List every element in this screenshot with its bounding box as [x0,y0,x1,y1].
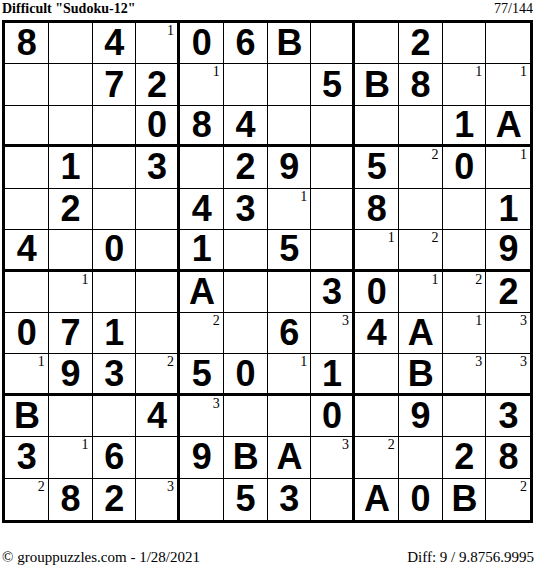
cell-r10c6[interactable] [224,396,268,437]
cell-r6c7[interactable]: 5 [268,230,312,271]
pencil-mark: 2 [388,437,395,452]
cell-r12c10[interactable]: 0 [399,479,443,520]
cell-r8c8[interactable]: 3 [311,313,355,354]
cell-r10c2[interactable] [49,396,93,437]
cell-r12c5[interactable] [180,479,224,520]
cell-r10c1[interactable]: B [5,396,49,437]
cell-value: A [276,439,301,475]
cell-value: 6 [104,439,123,475]
cell-r1c5[interactable]: 0 [180,23,224,64]
cell-r8c11[interactable]: 1 [443,313,487,354]
cell-r10c11[interactable] [443,396,487,437]
cell-value: 9 [411,398,430,434]
page-counter: 77/144 [494,1,533,17]
pencil-mark: 3 [520,354,527,369]
cell-value: 9 [499,231,518,267]
cell-value: 3 [17,439,36,475]
cell-r9c12[interactable]: 3 [486,354,530,395]
cell-r5c9[interactable]: 8 [355,189,399,230]
cell-r9c8[interactable]: 1 [311,354,355,395]
sudoku-board: 84106B27215B8110841A13295201243181401512… [2,20,533,523]
cell-value: B [364,67,389,103]
cell-r8c5[interactable]: 2 [180,313,224,354]
puzzle-title: Difficult "Sudoku-12" [2,1,135,17]
cell-value: 0 [367,274,386,310]
cell-value: 3 [322,274,341,310]
cell-value: 8 [499,439,518,475]
cell-value: 9 [61,356,80,392]
cell-r3c4[interactable]: 0 [136,106,180,147]
pencil-mark: 1 [388,230,395,245]
footer: © grouppuzzles.com - 1/28/2021 Diff: 9 /… [2,549,534,566]
cell-r11c5[interactable]: 9 [180,437,224,478]
cell-value: 3 [499,398,518,434]
cell-r8c2[interactable]: 7 [49,313,93,354]
cell-r9c10[interactable]: B [399,354,443,395]
cell-r4c8[interactable] [311,147,355,188]
cell-r12c3[interactable]: 2 [93,479,137,520]
pencil-mark: 1 [300,189,307,204]
cell-r2c10[interactable]: 8 [399,64,443,105]
pencil-mark: 3 [342,313,349,328]
cell-r5c6[interactable]: 3 [224,189,268,230]
cell-r5c5[interactable]: 4 [180,189,224,230]
cell-r11c11[interactable]: 2 [443,437,487,478]
cell-r6c11[interactable] [443,230,487,271]
cell-r9c7[interactable]: 1 [268,354,312,395]
cell-r6c8[interactable] [311,230,355,271]
cell-r2c9[interactable]: B [355,64,399,105]
pencil-mark: 1 [475,313,482,328]
cell-r4c6[interactable]: 2 [224,147,268,188]
cell-r2c1[interactable] [5,64,49,105]
cell-r5c12[interactable]: 1 [486,189,530,230]
cell-r1c2[interactable] [49,23,93,64]
cell-value: 2 [411,25,430,61]
cell-value: 0 [454,149,473,185]
cell-r7c3[interactable] [93,272,137,313]
cell-r7c8[interactable]: 3 [311,272,355,313]
cell-r11c7[interactable]: A [268,437,312,478]
cell-r9c6[interactable]: 0 [224,354,268,395]
cell-r8c9[interactable]: 4 [355,313,399,354]
cell-r9c11[interactable]: 3 [443,354,487,395]
pencil-mark: 2 [520,479,527,494]
cell-r7c5[interactable]: A [180,272,224,313]
cell-r11c3[interactable]: 6 [93,437,137,478]
cell-r11c2[interactable]: 1 [49,437,93,478]
cell-value: 2 [147,67,166,103]
cell-r10c10[interactable]: 9 [399,396,443,437]
cell-r7c12[interactable]: 2 [486,272,530,313]
cell-r4c5[interactable] [180,147,224,188]
cell-r10c4[interactable]: 4 [136,396,180,437]
cell-r12c11[interactable]: B [443,479,487,520]
cell-r7c4[interactable] [136,272,180,313]
cell-r3c10[interactable] [399,106,443,147]
cell-r7c10[interactable]: 1 [399,272,443,313]
cell-r3c9[interactable] [355,106,399,147]
cell-r6c4[interactable] [136,230,180,271]
cell-r5c11[interactable] [443,189,487,230]
cell-r1c1[interactable]: 8 [5,23,49,64]
cell-r8c7[interactable]: 6 [268,313,312,354]
cell-r9c2[interactable]: 9 [49,354,93,395]
cell-value: 2 [61,191,80,227]
pencil-mark: 1 [300,354,307,369]
cell-r5c1[interactable] [5,189,49,230]
cell-r2c11[interactable]: 1 [443,64,487,105]
cell-r9c4[interactable]: 2 [136,354,180,395]
cell-r6c3[interactable]: 0 [93,230,137,271]
cell-value: 8 [411,67,430,103]
cell-value: 4 [147,398,166,434]
cell-r1c7[interactable]: B [268,23,312,64]
cell-r8c10[interactable]: A [399,313,443,354]
cell-value: 2 [236,149,255,185]
cell-r6c6[interactable] [224,230,268,271]
cell-r4c2[interactable]: 1 [49,147,93,188]
cell-r7c9[interactable]: 0 [355,272,399,313]
cell-r3c6[interactable]: 4 [224,106,268,147]
cell-r6c12[interactable]: 9 [486,230,530,271]
cell-r1c4[interactable]: 1 [136,23,180,64]
cell-r4c9[interactable]: 5 [355,147,399,188]
pencil-mark: 2 [432,230,439,245]
cell-r1c9[interactable] [355,23,399,64]
cell-r11c8[interactable]: 3 [311,437,355,478]
cell-value: 8 [192,107,211,143]
cell-r2c6[interactable] [224,64,268,105]
cell-value: 0 [104,231,123,267]
cell-r3c3[interactable] [93,106,137,147]
cell-value: 4 [17,231,36,267]
cell-r12c8[interactable] [311,479,355,520]
cell-r4c11[interactable]: 0 [443,147,487,188]
cell-value: 1 [454,107,473,143]
cell-value: 5 [367,149,386,185]
sudoku-page: Difficult "Sudoku-12" 77/144 84106B27215… [0,0,535,569]
pencil-mark: 1 [432,272,439,287]
pencil-mark: 3 [475,354,482,369]
cell-value: 5 [236,481,255,517]
cell-r1c12[interactable] [486,23,530,64]
cell-value: B [408,356,433,392]
cell-r8c1[interactable]: 0 [5,313,49,354]
cell-r8c3[interactable]: 1 [93,313,137,354]
cell-value: 8 [61,481,80,517]
cell-r5c4[interactable] [136,189,180,230]
cell-value: 6 [236,25,255,61]
pencil-mark: 1 [82,437,89,452]
cell-r2c2[interactable] [49,64,93,105]
cell-r6c5[interactable]: 1 [180,230,224,271]
cell-value: B [14,398,39,434]
cell-r11c12[interactable]: 8 [486,437,530,478]
cell-value: 8 [17,25,36,61]
pencil-mark: 3 [213,396,220,411]
pencil-mark: 2 [475,272,482,287]
cell-r6c2[interactable] [49,230,93,271]
pencil-mark: 1 [38,354,45,369]
cell-r4c12[interactable]: 1 [486,147,530,188]
cell-value: B [233,439,258,475]
cell-r10c5[interactable]: 3 [180,396,224,437]
cell-value: 4 [192,191,211,227]
cell-value: 9 [279,149,298,185]
cell-r12c2[interactable]: 8 [49,479,93,520]
cell-value: 2 [454,439,473,475]
cell-value: 1 [499,191,518,227]
cell-r4c3[interactable] [93,147,137,188]
cell-r2c3[interactable]: 7 [93,64,137,105]
cell-r3c12[interactable]: A [486,106,530,147]
cell-r12c4[interactable]: 3 [136,479,180,520]
cell-value: 0 [192,25,211,61]
pencil-mark: 3 [167,479,174,494]
cell-r1c6[interactable]: 6 [224,23,268,64]
cell-r7c11[interactable]: 2 [443,272,487,313]
cell-r6c9[interactable]: 1 [355,230,399,271]
cell-r1c10[interactable]: 2 [399,23,443,64]
cell-r5c7[interactable]: 1 [268,189,312,230]
cell-r12c12[interactable]: 2 [486,479,530,520]
cell-value: 6 [279,315,298,351]
cell-r8c12[interactable]: 3 [486,313,530,354]
pencil-mark: 1 [167,23,174,38]
cell-value: 3 [104,356,123,392]
cell-r12c1[interactable]: 2 [5,479,49,520]
cell-r11c1[interactable]: 3 [5,437,49,478]
cell-value: 1 [61,149,80,185]
cell-r6c10[interactable]: 2 [399,230,443,271]
cell-value: 1 [322,356,341,392]
cell-r4c10[interactable]: 2 [399,147,443,188]
cell-r4c4[interactable]: 3 [136,147,180,188]
cell-r12c9[interactable]: A [355,479,399,520]
cell-value: 4 [236,107,255,143]
cell-r7c6[interactable] [224,272,268,313]
cell-r10c9[interactable] [355,396,399,437]
cell-r9c5[interactable]: 5 [180,354,224,395]
cell-value: 3 [236,191,255,227]
cell-r4c7[interactable]: 9 [268,147,312,188]
cell-r2c8[interactable]: 5 [311,64,355,105]
cell-r2c4[interactable]: 2 [136,64,180,105]
pencil-mark: 3 [520,313,527,328]
cell-r10c8[interactable]: 0 [311,396,355,437]
cell-r1c11[interactable] [443,23,487,64]
cell-r5c3[interactable] [93,189,137,230]
cell-r10c7[interactable] [268,396,312,437]
copyright-text: © grouppuzzles.com - 1/28/2021 [2,549,200,566]
cell-value: 0 [411,481,430,517]
cell-value: 0 [322,398,341,434]
cell-r3c5[interactable]: 8 [180,106,224,147]
cell-r10c3[interactable] [93,396,137,437]
cell-value: 0 [236,356,255,392]
cell-value: 7 [61,315,80,351]
pencil-mark: 1 [213,64,220,79]
cell-r3c11[interactable]: 1 [443,106,487,147]
cell-value: 9 [192,439,211,475]
cell-r2c7[interactable] [268,64,312,105]
cell-value: 7 [104,67,123,103]
cell-r3c7[interactable] [268,106,312,147]
cell-r9c1[interactable]: 1 [5,354,49,395]
pencil-mark: 3 [342,437,349,452]
cell-value: B [276,25,301,61]
cell-r2c5[interactable]: 1 [180,64,224,105]
pencil-mark: 2 [38,479,45,494]
cell-r12c7[interactable]: 3 [268,479,312,520]
cell-value: 1 [104,315,123,351]
cell-r2c12[interactable]: 1 [486,64,530,105]
cell-r5c2[interactable]: 2 [49,189,93,230]
cell-r3c8[interactable] [311,106,355,147]
cell-r4c1[interactable] [5,147,49,188]
cell-value: 5 [192,356,211,392]
pencil-mark: 1 [520,64,527,79]
cell-r7c7[interactable] [268,272,312,313]
cell-value: 8 [367,191,386,227]
pencil-mark: 2 [432,147,439,162]
cell-value: B [451,481,476,517]
cell-r11c6[interactable]: B [224,437,268,478]
cell-value: 2 [104,481,123,517]
cell-r5c8[interactable] [311,189,355,230]
cell-r10c12[interactable]: 3 [486,396,530,437]
cell-value: 5 [322,67,341,103]
cell-value: 4 [367,315,386,351]
cell-r11c9[interactable]: 2 [355,437,399,478]
cell-value: A [364,481,389,517]
cell-r7c1[interactable] [5,272,49,313]
cell-r11c10[interactable] [399,437,443,478]
cell-r9c9[interactable] [355,354,399,395]
difficulty-text: Diff: 9 / 9.8756.9995 [407,549,534,566]
cell-r3c2[interactable] [49,106,93,147]
pencil-mark: 1 [82,272,89,287]
cell-r9c3[interactable]: 3 [93,354,137,395]
cell-value: A [408,315,433,351]
cell-r6c1[interactable]: 4 [5,230,49,271]
cell-value: 5 [279,231,298,267]
cell-value: 3 [279,481,298,517]
cell-r1c3[interactable]: 4 [93,23,137,64]
header: Difficult "Sudoku-12" 77/144 [2,1,533,17]
cell-r1c8[interactable] [311,23,355,64]
cell-r8c6[interactable] [224,313,268,354]
pencil-mark: 1 [520,147,527,162]
cell-value: 4 [104,25,123,61]
cell-r5c10[interactable] [399,189,443,230]
cell-value: 1 [192,231,211,267]
pencil-mark: 1 [475,64,482,79]
cell-r11c4[interactable] [136,437,180,478]
pencil-mark: 2 [167,354,174,369]
cell-r3c1[interactable] [5,106,49,147]
pencil-mark: 2 [213,313,220,328]
cell-value: 2 [499,274,518,310]
cell-value: A [496,107,521,143]
cell-value: 3 [147,149,166,185]
cell-r7c2[interactable]: 1 [49,272,93,313]
cell-value: 0 [17,315,36,351]
cell-r12c6[interactable]: 5 [224,479,268,520]
cell-value: A [189,274,214,310]
cell-r8c4[interactable] [136,313,180,354]
cell-value: 0 [147,107,166,143]
